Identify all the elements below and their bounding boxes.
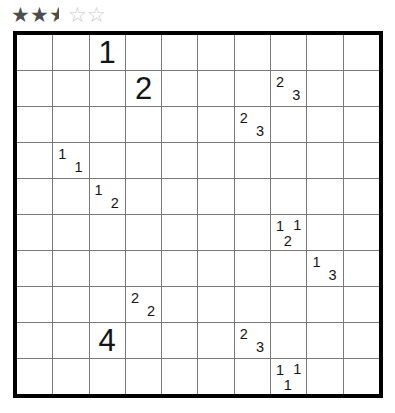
cell-r5c5[interactable] [162, 179, 197, 214]
cell-r2c5[interactable] [162, 71, 197, 106]
cell-r1c10[interactable] [344, 35, 379, 70]
star-full-icon: ★ [11, 1, 30, 29]
cell-r5c9[interactable] [307, 179, 342, 214]
cell-r1c2[interactable] [53, 35, 88, 70]
cell-r7c7[interactable] [235, 251, 270, 286]
cell-r7c2[interactable] [53, 251, 88, 286]
cell-r10c2[interactable] [53, 359, 88, 394]
cell-r2c6[interactable] [198, 71, 233, 106]
cell-r4c5[interactable] [162, 143, 197, 178]
cell-r2c1[interactable] [17, 71, 52, 106]
cell-r1c9[interactable] [307, 35, 342, 70]
clue-cell-r9c3: 4 [90, 323, 125, 358]
cell-r5c6[interactable] [198, 179, 233, 214]
cell-r2c9[interactable] [307, 71, 342, 106]
cell-r5c2[interactable] [53, 179, 88, 214]
cell-r5c7[interactable] [235, 179, 270, 214]
cell-r8c10[interactable] [344, 287, 379, 322]
cell-r3c9[interactable] [307, 107, 342, 142]
cell-r3c2[interactable] [53, 107, 88, 142]
cell-r7c1[interactable] [17, 251, 52, 286]
cell-r2c2[interactable] [53, 71, 88, 106]
cell-r9c9[interactable] [307, 323, 342, 358]
clue-digit: 4 [90, 323, 125, 358]
clue-cell-r2c4: 2 [126, 71, 161, 106]
clue-digit: 2 [284, 234, 292, 249]
cell-r9c4[interactable] [126, 323, 161, 358]
clue-digit: 3 [292, 88, 300, 103]
clue-cell-r5c3: 12 [90, 179, 125, 214]
cell-r6c4[interactable] [126, 215, 161, 250]
tapa-board: 12232311121121322423111 [13, 31, 383, 398]
cell-r3c6[interactable] [198, 107, 233, 142]
clue-digit: 3 [256, 340, 264, 355]
clue-digit: 1 [75, 160, 83, 175]
cell-r3c5[interactable] [162, 107, 197, 142]
clue-digit: 1 [276, 363, 284, 378]
cell-r5c4[interactable] [126, 179, 161, 214]
cell-r3c10[interactable] [344, 107, 379, 142]
clue-digit: 1 [276, 219, 284, 234]
cell-r6c3[interactable] [90, 215, 125, 250]
cell-r1c5[interactable] [162, 35, 197, 70]
clue-cell-r10c8: 111 [271, 359, 306, 394]
cell-r5c10[interactable] [344, 179, 379, 214]
cell-r6c9[interactable] [307, 215, 342, 250]
clue-digit: 1 [95, 183, 103, 198]
cell-r3c3[interactable] [90, 107, 125, 142]
cell-r4c8[interactable] [271, 143, 306, 178]
cell-r9c8[interactable] [271, 323, 306, 358]
cell-r4c6[interactable] [198, 143, 233, 178]
clue-digit: 1 [293, 362, 301, 377]
cell-r1c1[interactable] [17, 35, 52, 70]
clue-digit: 2 [276, 75, 284, 90]
clue-cell-r1c3: 1 [90, 35, 125, 70]
cell-r8c6[interactable] [198, 287, 233, 322]
cell-r8c9[interactable] [307, 287, 342, 322]
clue-digit: 1 [293, 218, 301, 233]
cell-r10c5[interactable] [162, 359, 197, 394]
cell-r3c1[interactable] [17, 107, 52, 142]
cell-r4c4[interactable] [126, 143, 161, 178]
clue-cell-r7c9: 13 [307, 251, 342, 286]
cell-r9c10[interactable] [344, 323, 379, 358]
cell-r1c8[interactable] [271, 35, 306, 70]
cell-r8c2[interactable] [53, 287, 88, 322]
cell-r9c6[interactable] [198, 323, 233, 358]
cell-r3c8[interactable] [271, 107, 306, 142]
clue-cell-r2c8: 23 [271, 71, 306, 106]
cell-r4c7[interactable] [235, 143, 270, 178]
clue-cell-r8c4: 22 [126, 287, 161, 322]
star-empty-icon: ☆ [87, 1, 106, 29]
cell-r6c6[interactable] [198, 215, 233, 250]
cell-r2c3[interactable] [90, 71, 125, 106]
cell-r7c3[interactable] [90, 251, 125, 286]
cell-r8c3[interactable] [90, 287, 125, 322]
clue-cell-r9c7: 23 [235, 323, 270, 358]
clue-digit: 2 [111, 196, 119, 211]
cell-r4c9[interactable] [307, 143, 342, 178]
difficulty-rating: ★★★☆☆ [11, 1, 106, 29]
cell-r8c1[interactable] [17, 287, 52, 322]
clue-digit: 1 [90, 35, 125, 70]
clue-digit: 3 [256, 124, 264, 139]
cell-r1c4[interactable] [126, 35, 161, 70]
clue-cell-r3c7: 23 [235, 107, 270, 142]
clue-cell-r6c8: 112 [271, 215, 306, 250]
cell-r1c7[interactable] [235, 35, 270, 70]
cell-r9c5[interactable] [162, 323, 197, 358]
clue-digit: 1 [58, 147, 66, 162]
cell-r3c4[interactable] [126, 107, 161, 142]
cell-r10c9[interactable] [307, 359, 342, 394]
cell-r2c10[interactable] [344, 71, 379, 106]
cell-r4c3[interactable] [90, 143, 125, 178]
cell-r5c1[interactable] [17, 179, 52, 214]
cell-r9c1[interactable] [17, 323, 52, 358]
clue-cell-r4c2: 11 [53, 143, 88, 178]
cell-r10c3[interactable] [90, 359, 125, 394]
star-half-fill: ★ [49, 1, 59, 29]
cell-r10c10[interactable] [344, 359, 379, 394]
clue-digit: 2 [147, 304, 155, 319]
cell-r6c5[interactable] [162, 215, 197, 250]
cell-r10c6[interactable] [198, 359, 233, 394]
cell-r7c8[interactable] [271, 251, 306, 286]
clue-digit: 1 [284, 378, 292, 393]
cell-r4c10[interactable] [344, 143, 379, 178]
cell-r6c2[interactable] [53, 215, 88, 250]
cell-r8c7[interactable] [235, 287, 270, 322]
star-half-icon: ★ [49, 1, 68, 29]
star-full-icon: ★ [30, 1, 49, 29]
star-empty-icon: ☆ [68, 1, 87, 29]
clue-digit: 3 [329, 268, 337, 283]
clue-digit: 2 [240, 111, 248, 126]
clue-digit: 2 [240, 327, 248, 342]
cell-r8c5[interactable] [162, 287, 197, 322]
cell-r4c1[interactable] [17, 143, 52, 178]
cell-r6c10[interactable] [344, 215, 379, 250]
cell-r8c8[interactable] [271, 287, 306, 322]
cell-r7c6[interactable] [198, 251, 233, 286]
cell-r6c7[interactable] [235, 215, 270, 250]
cell-r1c6[interactable] [198, 35, 233, 70]
cell-r10c7[interactable] [235, 359, 270, 394]
cell-r2c7[interactable] [235, 71, 270, 106]
cell-r9c2[interactable] [53, 323, 88, 358]
cell-r10c1[interactable] [17, 359, 52, 394]
cell-r7c4[interactable] [126, 251, 161, 286]
cell-r5c8[interactable] [271, 179, 306, 214]
cell-r10c4[interactable] [126, 359, 161, 394]
clue-digit: 1 [312, 255, 320, 270]
clue-digit: 2 [126, 71, 161, 106]
cell-r7c5[interactable] [162, 251, 197, 286]
cell-r7c10[interactable] [344, 251, 379, 286]
cell-r6c1[interactable] [17, 215, 52, 250]
clue-digit: 2 [131, 291, 139, 306]
